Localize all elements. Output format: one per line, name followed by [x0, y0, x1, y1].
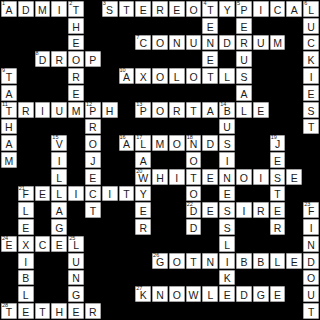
black-cell-r14c15 — [253, 236, 269, 252]
cell-r6c0[interactable]: 11T — [1, 102, 17, 118]
cell-r4c10[interactable]: L — [169, 68, 185, 84]
cell-r3c14[interactable]: U — [236, 51, 252, 67]
cell-letter: O — [173, 257, 181, 269]
black-cell-r5c10 — [169, 85, 185, 101]
cell-r12c15[interactable]: R — [253, 202, 269, 218]
cell-r8c16[interactable]: 19J — [270, 135, 286, 151]
cell-r2c13[interactable]: D — [219, 35, 235, 51]
cell-letter: N — [207, 257, 215, 269]
cell-r7c13[interactable]: U — [219, 119, 235, 135]
cell-letter: T — [207, 5, 213, 17]
black-cell-r1c3 — [51, 18, 67, 34]
black-cell-r9c6 — [102, 152, 118, 168]
cell-r14c18[interactable]: N — [303, 236, 319, 252]
cell-r2c12[interactable]: N — [202, 35, 218, 51]
black-cell-r5c6 — [102, 85, 118, 101]
cell-r17c10[interactable]: O — [169, 286, 185, 302]
clue-number-28: 28 — [2, 303, 8, 309]
black-cell-r3c8 — [135, 51, 151, 67]
cell-r10c13[interactable]: N — [219, 169, 235, 185]
cell-r17c16[interactable]: E — [270, 286, 286, 302]
cell-letter: I — [58, 156, 61, 168]
cell-r16c13[interactable]: K — [219, 270, 235, 286]
cell-r17c4[interactable]: G — [68, 286, 84, 302]
cell-r0c14[interactable]: 5P — [236, 1, 252, 17]
cell-letter: T — [6, 307, 12, 319]
cell-r4c4[interactable]: R — [68, 68, 84, 84]
cell-r9c5[interactable]: J — [85, 152, 101, 168]
cell-r5c18[interactable]: E — [303, 85, 319, 101]
cell-letter: L — [224, 72, 230, 84]
black-cell-r17c7 — [119, 286, 135, 302]
cell-r6c13[interactable]: 14B — [219, 102, 235, 118]
cell-r17c14[interactable]: D — [236, 286, 252, 302]
cell-r9c11[interactable]: O — [186, 152, 202, 168]
cell-r3c4[interactable]: O — [68, 51, 84, 67]
cell-r10c11[interactable]: T — [186, 169, 202, 185]
cell-r15c14[interactable]: B — [236, 253, 252, 269]
black-cell-r11c18 — [303, 186, 319, 202]
black-cell-r9c7 — [119, 152, 135, 168]
cell-r1c12[interactable]: E — [202, 18, 218, 34]
cell-r6c6[interactable]: H — [102, 102, 118, 118]
cell-letter: G — [257, 290, 265, 302]
cell-r0c7[interactable]: T — [119, 1, 135, 17]
cell-r3c3[interactable]: R — [51, 51, 67, 67]
cell-letter: T — [190, 257, 196, 269]
black-cell-r5c2 — [35, 85, 51, 101]
cell-letter: A — [123, 139, 130, 151]
cell-r8c13[interactable]: S — [219, 135, 235, 151]
cell-r6c9[interactable]: O — [152, 102, 168, 118]
cell-r0c13[interactable]: Y — [219, 1, 235, 17]
cell-r18c0[interactable]: 28T — [1, 303, 17, 319]
black-cell-r3c7 — [119, 51, 135, 67]
cell-r1c4[interactable]: H — [68, 18, 84, 34]
cell-letter: X — [140, 72, 147, 84]
cell-r2c11[interactable]: U — [186, 35, 202, 51]
black-cell-r15c5 — [85, 253, 101, 269]
cell-letter: T — [308, 307, 314, 319]
clue-number-20: 20 — [136, 169, 142, 175]
cell-r15c13[interactable]: I — [219, 253, 235, 269]
cell-r10c9[interactable]: H — [152, 169, 168, 185]
cell-r15c17[interactable]: E — [286, 253, 302, 269]
cell-r10c8[interactable]: 20W — [135, 169, 151, 185]
cell-letter: E — [5, 240, 12, 252]
cell-letter: E — [274, 206, 281, 218]
cell-r1c14[interactable]: E — [236, 18, 252, 34]
black-cell-r7c4 — [68, 119, 84, 135]
cell-r9c8[interactable]: A — [135, 152, 151, 168]
cell-r0c4[interactable]: 2T — [68, 1, 84, 17]
cell-r13c18[interactable]: I — [303, 219, 319, 235]
cell-r15c12[interactable]: N — [202, 253, 218, 269]
cell-r18c2[interactable]: T — [35, 303, 51, 319]
cell-letter: F — [22, 189, 28, 201]
cell-letter: U — [190, 38, 198, 50]
cell-r6c2[interactable]: I — [35, 102, 51, 118]
cell-letter: L — [73, 240, 79, 252]
cell-r10c3[interactable]: L — [51, 169, 67, 185]
cell-letter: O — [173, 139, 181, 151]
cell-r11c5[interactable]: C — [85, 186, 101, 202]
cell-letter: L — [23, 290, 29, 302]
cell-r6c8[interactable]: 13P — [135, 102, 151, 118]
cell-letter: J — [90, 156, 95, 168]
cell-letter: L — [224, 240, 230, 252]
cell-r10c17[interactable]: E — [286, 169, 302, 185]
black-cell-r16c7 — [119, 270, 135, 286]
cell-r14c0[interactable]: 24E — [1, 236, 17, 252]
black-cell-r1c10 — [169, 18, 185, 34]
cell-r8c3[interactable]: 15V — [51, 135, 67, 151]
black-cell-r13c17 — [286, 219, 302, 235]
cell-r12c14[interactable]: I — [236, 202, 252, 218]
cell-r0c11[interactable]: O — [186, 1, 202, 17]
black-cell-r5c3 — [51, 85, 67, 101]
cell-r0c6[interactable]: 3S — [102, 1, 118, 17]
cell-r4c9[interactable]: O — [152, 68, 168, 84]
cell-r12c8[interactable]: E — [135, 202, 151, 218]
black-cell-r17c0 — [1, 286, 17, 302]
cell-letter: B — [257, 257, 264, 269]
cell-r6c12[interactable]: A — [202, 102, 218, 118]
cell-r2c10[interactable]: N — [169, 35, 185, 51]
black-cell-r18c9 — [152, 303, 168, 319]
cell-r15c4[interactable]: U — [68, 253, 84, 269]
cell-r5c14[interactable]: A — [236, 85, 252, 101]
cell-r17c1[interactable]: L — [18, 286, 34, 302]
cell-r18c1[interactable]: E — [18, 303, 34, 319]
cell-r11c6[interactable]: I — [102, 186, 118, 202]
black-cell-r18c6 — [102, 303, 118, 319]
cell-r12c11[interactable]: 22D — [186, 202, 202, 218]
cell-r17c13[interactable]: E — [219, 286, 235, 302]
cell-r13c13[interactable]: S — [219, 219, 235, 235]
black-cell-r5c1 — [18, 85, 34, 101]
cell-r11c4[interactable]: I — [68, 186, 84, 202]
cell-letter: A — [240, 89, 247, 101]
cell-r15c16[interactable]: L — [270, 253, 286, 269]
cell-r2c9[interactable]: O — [152, 35, 168, 51]
cell-letter: W — [138, 173, 148, 185]
cell-r10c10[interactable]: I — [169, 169, 185, 185]
cell-r0c17[interactable]: A — [286, 1, 302, 17]
cell-letter: H — [106, 106, 114, 118]
black-cell-r13c15 — [253, 219, 269, 235]
black-cell-r1c7 — [119, 18, 135, 34]
cell-r17c9[interactable]: N — [152, 286, 168, 302]
cell-letter: H — [72, 22, 80, 34]
cell-r0c9[interactable]: R — [152, 1, 168, 17]
cell-r14c2[interactable]: C — [35, 236, 51, 252]
cell-letter: I — [226, 156, 229, 168]
black-cell-r4c1 — [18, 68, 34, 84]
cell-letter: A — [56, 206, 63, 218]
cell-r15c1[interactable]: I — [18, 253, 34, 269]
cell-r3c5[interactable]: P — [85, 51, 101, 67]
cell-r6c5[interactable]: 12P — [85, 102, 101, 118]
cell-r10c16[interactable]: S — [270, 169, 286, 185]
cell-r2c4[interactable]: E — [68, 35, 84, 51]
cell-r11c11[interactable]: O — [186, 186, 202, 202]
cell-r11c2[interactable]: E — [35, 186, 51, 202]
cell-r18c5[interactable]: R — [85, 303, 101, 319]
cell-r4c11[interactable]: O — [186, 68, 202, 84]
cell-r2c8[interactable]: 7C — [135, 35, 151, 51]
black-cell-r13c12 — [202, 219, 218, 235]
black-cell-r4c16 — [270, 68, 286, 84]
cell-letter: P — [240, 5, 247, 17]
black-cell-r13c14 — [236, 219, 252, 235]
cell-r9c0[interactable]: M — [1, 152, 17, 168]
black-cell-r2c3 — [51, 35, 67, 51]
cell-r18c18[interactable]: T — [303, 303, 319, 319]
cell-letter: S — [308, 106, 315, 118]
cell-r2c15[interactable]: U — [253, 35, 269, 51]
cell-r10c15[interactable]: I — [253, 169, 269, 185]
black-cell-r11c14 — [236, 186, 252, 202]
cell-letter: L — [308, 5, 314, 17]
cell-r6c14[interactable]: L — [236, 102, 252, 118]
cell-r17c15[interactable]: G — [253, 286, 269, 302]
cell-r14c1[interactable]: X — [18, 236, 34, 252]
cell-r16c18[interactable]: O — [303, 270, 319, 286]
black-cell-r8c1 — [18, 135, 34, 151]
cell-r17c12[interactable]: L — [202, 286, 218, 302]
cell-r16c4[interactable]: N — [68, 270, 84, 286]
cell-r10c12[interactable]: E — [202, 169, 218, 185]
cell-r4c18[interactable]: I — [303, 68, 319, 84]
cell-letter: E — [140, 5, 147, 17]
cell-r6c1[interactable]: R — [18, 102, 34, 118]
cell-r4c0[interactable]: 9T — [1, 68, 17, 84]
cell-letter: U — [72, 257, 80, 269]
cell-letter: E — [207, 206, 214, 218]
black-cell-r10c4 — [68, 169, 84, 185]
cell-r8c8[interactable]: 17L — [135, 135, 151, 151]
cell-r0c12[interactable]: 4T — [202, 1, 218, 17]
cell-r12c16[interactable]: E — [270, 202, 286, 218]
black-cell-r11c10 — [169, 186, 185, 202]
cell-r3c12[interactable]: E — [202, 51, 218, 67]
black-cell-r7c2 — [35, 119, 51, 135]
cell-letter: A — [5, 5, 12, 17]
cell-letter: G — [55, 223, 63, 235]
cell-r11c1[interactable]: 21F — [18, 186, 34, 202]
cell-r15c18[interactable]: D — [303, 253, 319, 269]
cell-r0c3[interactable]: I — [51, 1, 67, 17]
cell-r5c0[interactable]: A — [1, 85, 17, 101]
black-cell-r1c6 — [102, 18, 118, 34]
black-cell-r12c4 — [68, 202, 84, 218]
cell-letter: D — [22, 5, 30, 17]
cell-r15c9[interactable]: 26G — [152, 253, 168, 269]
cell-r18c4[interactable]: E — [68, 303, 84, 319]
black-cell-r16c12 — [202, 270, 218, 286]
cell-r6c18[interactable]: S — [303, 102, 319, 118]
cell-r0c2[interactable]: M — [35, 1, 51, 17]
black-cell-r16c14 — [236, 270, 252, 286]
black-cell-r9c1 — [18, 152, 34, 168]
cell-r6c4[interactable]: M — [68, 102, 84, 118]
black-cell-r5c9 — [152, 85, 168, 101]
cell-letter: T — [123, 5, 129, 17]
cell-r13c1[interactable]: E — [18, 219, 34, 235]
cell-r17c18[interactable]: U — [303, 286, 319, 302]
cell-r13c16[interactable]: R — [270, 219, 286, 235]
black-cell-r18c13 — [219, 303, 235, 319]
cell-letter: C — [274, 5, 282, 17]
cell-r8c7[interactable]: 16A — [119, 135, 135, 151]
cell-r8c9[interactable]: M — [152, 135, 168, 151]
black-cell-r13c4 — [68, 219, 84, 235]
cell-r6c11[interactable]: T — [186, 102, 202, 118]
black-cell-r2c17 — [286, 35, 302, 51]
cell-r11c8[interactable]: Y — [135, 186, 151, 202]
black-cell-r14c11 — [186, 236, 202, 252]
cell-letter: E — [207, 173, 214, 185]
cell-letter: M — [72, 106, 81, 118]
cell-letter: N — [307, 240, 315, 252]
cell-r0c18[interactable]: 6L — [303, 1, 319, 17]
cell-r15c10[interactable]: O — [169, 253, 185, 269]
cell-r14c4[interactable]: 25L — [68, 236, 84, 252]
black-cell-r16c16 — [270, 270, 286, 286]
black-cell-r12c7 — [119, 202, 135, 218]
cell-r2c14[interactable]: R — [236, 35, 252, 51]
black-cell-r16c15 — [253, 270, 269, 286]
black-cell-r15c8 — [135, 253, 151, 269]
cell-letter: E — [73, 38, 80, 50]
black-cell-r12c2 — [35, 202, 51, 218]
black-cell-r13c6 — [102, 219, 118, 235]
cell-r17c8[interactable]: 27K — [135, 286, 151, 302]
cell-letter: E — [22, 223, 29, 235]
cell-r12c13[interactable]: S — [219, 202, 235, 218]
cell-letter: O — [89, 139, 97, 151]
cell-r2c16[interactable]: M — [270, 35, 286, 51]
cell-r8c5[interactable]: O — [85, 135, 101, 151]
cell-letter: E — [257, 106, 264, 118]
cell-r12c18[interactable]: 23F — [303, 202, 319, 218]
cell-r8c12[interactable]: D — [202, 135, 218, 151]
cell-r8c0[interactable]: A — [1, 135, 17, 151]
cell-r0c1[interactable]: D — [18, 1, 34, 17]
clue-number-4: 4 — [203, 1, 206, 7]
black-cell-r12c0 — [1, 202, 17, 218]
cell-letter: L — [174, 72, 180, 84]
cell-r8c10[interactable]: O — [169, 135, 185, 151]
cell-r12c3[interactable]: A — [51, 202, 67, 218]
cell-r4c7[interactable]: 10A — [119, 68, 135, 84]
cell-r0c8[interactable]: E — [135, 1, 151, 17]
cell-r3c2[interactable]: 8D — [35, 51, 51, 67]
cell-r7c18[interactable]: T — [303, 119, 319, 135]
cell-letter: P — [89, 106, 96, 118]
clue-number-9: 9 — [2, 68, 5, 74]
cell-r12c1[interactable]: L — [18, 202, 34, 218]
cell-r15c11[interactable]: T — [186, 253, 202, 269]
cell-r6c10[interactable]: R — [169, 102, 185, 118]
black-cell-r16c0 — [1, 270, 17, 286]
cell-r4c8[interactable]: X — [135, 68, 151, 84]
cell-r13c11[interactable]: D — [186, 219, 202, 235]
cell-letter: O — [156, 72, 164, 84]
cell-r3c18[interactable]: K — [303, 51, 319, 67]
cell-r11c13[interactable]: E — [219, 186, 235, 202]
cell-letter: L — [23, 206, 29, 218]
cell-r6c3[interactable]: U — [51, 102, 67, 118]
cell-letter: P — [89, 55, 96, 67]
cell-r11c7[interactable]: T — [119, 186, 135, 202]
cell-r7c0[interactable]: H — [1, 119, 17, 135]
cell-letter: O — [189, 5, 197, 17]
cell-r8c11[interactable]: 18N — [186, 135, 202, 151]
cell-r0c15[interactable]: I — [253, 1, 269, 17]
cell-r5c4[interactable]: E — [68, 85, 84, 101]
cell-r10c14[interactable]: O — [236, 169, 252, 185]
cell-r12c5[interactable]: T — [85, 202, 101, 218]
black-cell-r10c18 — [303, 169, 319, 185]
black-cell-r5c17 — [286, 85, 302, 101]
cell-r13c8[interactable]: R — [135, 219, 151, 235]
cell-r9c13[interactable]: I — [219, 152, 235, 168]
cell-r4c13[interactable]: L — [219, 68, 235, 84]
black-cell-r7c6 — [102, 119, 118, 135]
clue-number-10: 10 — [120, 68, 126, 74]
cell-letter: D — [240, 290, 248, 302]
cell-letter: S — [224, 206, 231, 218]
black-cell-r2c2 — [35, 35, 51, 51]
cell-r15c15[interactable]: B — [253, 253, 269, 269]
cell-r10c5[interactable]: E — [85, 169, 101, 185]
cell-letter: N — [72, 273, 80, 285]
cell-letter: A — [5, 89, 12, 101]
cell-r9c16[interactable]: E — [270, 152, 286, 168]
cell-r0c10[interactable]: E — [169, 1, 185, 17]
black-cell-r3c11 — [186, 51, 202, 67]
cell-r14c13[interactable]: L — [219, 236, 235, 252]
black-cell-r3c15 — [253, 51, 269, 67]
cell-letter: T — [190, 173, 196, 185]
clue-number-11: 11 — [2, 102, 8, 108]
cell-r4c12[interactable]: T — [202, 68, 218, 84]
cell-r11c16[interactable]: T — [270, 186, 286, 202]
cell-r0c0[interactable]: 1A — [1, 1, 17, 17]
black-cell-r13c7 — [119, 219, 135, 235]
black-cell-r3c1 — [18, 51, 34, 67]
cell-r4c14[interactable]: S — [236, 68, 252, 84]
black-cell-r8c4 — [68, 135, 84, 151]
cell-r13c3[interactable]: G — [51, 219, 67, 235]
cell-r11c3[interactable]: L — [51, 186, 67, 202]
cell-r18c3[interactable]: H — [51, 303, 67, 319]
cell-r6c15[interactable]: E — [253, 102, 269, 118]
cell-r7c5[interactable]: R — [85, 119, 101, 135]
cell-r12c12[interactable]: E — [202, 202, 218, 218]
cell-r2c18[interactable]: C — [303, 35, 319, 51]
cell-r9c3[interactable]: I — [51, 152, 67, 168]
cell-letter: R — [89, 307, 97, 319]
cell-r17c11[interactable]: W — [186, 286, 202, 302]
cell-r14c3[interactable]: E — [51, 236, 67, 252]
cell-letter: E — [207, 22, 214, 34]
cell-r1c18[interactable]: U — [303, 18, 319, 34]
cell-r16c1[interactable]: B — [18, 270, 34, 286]
cell-r0c16[interactable]: C — [270, 1, 286, 17]
